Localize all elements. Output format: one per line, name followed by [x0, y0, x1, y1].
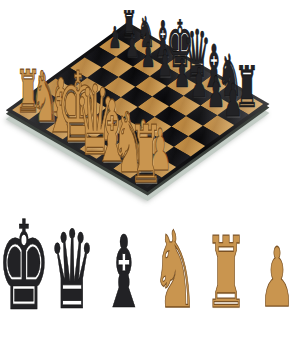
showcase-piece-black-queen: ♛: [49, 216, 96, 325]
showcase-piece-black-bishop: ♝: [103, 223, 146, 323]
showcase-piece-tan-pawn: ♟: [259, 237, 294, 319]
showcase-piece-black-king: ♚: [0, 204, 50, 328]
showcase-piece-tan-rook: ♜: [205, 224, 247, 323]
board-grid: [12, 26, 263, 188]
product-photo-stage: ♜♞♝♛♚♝♞♜♟♟♟♟♟♟♟♟♟♟♟♟♟♟♟♟♜♞♝♛♚♝♞♜ ♚♛♝♞♜♟: [0, 0, 300, 350]
showcase-piece-tan-knight: ♞: [152, 218, 198, 325]
chess-board: [6, 22, 270, 192]
